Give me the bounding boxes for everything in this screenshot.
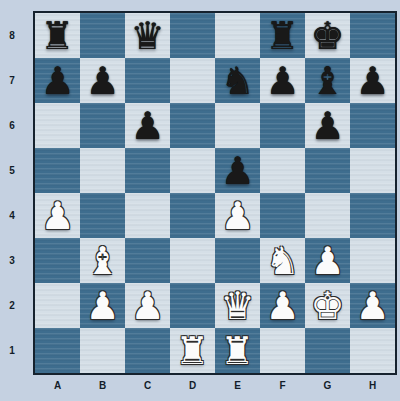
file-label-c: C	[125, 376, 170, 396]
rank-label-2: 2	[1, 283, 23, 328]
piece-black-pawn[interactable]: ♟	[305, 103, 350, 148]
square-d6[interactable]	[170, 103, 215, 148]
square-e6[interactable]	[215, 103, 260, 148]
piece-black-rook[interactable]: ♜	[35, 13, 80, 58]
square-g4[interactable]	[305, 193, 350, 238]
square-c7[interactable]	[125, 58, 170, 103]
square-h2[interactable]: ♟	[350, 283, 395, 328]
rank-label-1: 1	[1, 328, 23, 373]
file-label-b: B	[80, 376, 125, 396]
square-d1[interactable]: ♜	[170, 328, 215, 373]
square-a7[interactable]: ♟	[35, 58, 80, 103]
file-label-d: D	[170, 376, 215, 396]
square-d2[interactable]	[170, 283, 215, 328]
piece-black-king[interactable]: ♚	[305, 13, 350, 58]
square-d5[interactable]	[170, 148, 215, 193]
file-label-g: G	[305, 376, 350, 396]
square-f5[interactable]	[260, 148, 305, 193]
piece-white-pawn[interactable]: ♟	[305, 238, 350, 283]
square-e1[interactable]: ♜	[215, 328, 260, 373]
square-h7[interactable]: ♟	[350, 58, 395, 103]
square-f6[interactable]	[260, 103, 305, 148]
file-label-h: H	[350, 376, 395, 396]
piece-white-pawn[interactable]: ♟	[35, 193, 80, 238]
piece-white-pawn[interactable]: ♟	[215, 193, 260, 238]
square-c4[interactable]	[125, 193, 170, 238]
file-label-e: E	[215, 376, 260, 396]
chess-board: ♜♛♜♚♟♟♞♟♝♟♟♟♟♟♟♝♞♟♟♟♛♟♚♟♜♜	[33, 11, 397, 375]
piece-black-rook[interactable]: ♜	[260, 13, 305, 58]
piece-black-pawn[interactable]: ♟	[215, 148, 260, 193]
square-c3[interactable]	[125, 238, 170, 283]
square-g5[interactable]	[305, 148, 350, 193]
square-g1[interactable]	[305, 328, 350, 373]
piece-white-pawn[interactable]: ♟	[125, 283, 170, 328]
piece-white-pawn[interactable]: ♟	[80, 283, 125, 328]
square-b3[interactable]: ♝	[80, 238, 125, 283]
square-b7[interactable]: ♟	[80, 58, 125, 103]
piece-white-king[interactable]: ♚	[305, 283, 350, 328]
square-c8[interactable]: ♛	[125, 13, 170, 58]
piece-black-pawn[interactable]: ♟	[125, 103, 170, 148]
square-c6[interactable]: ♟	[125, 103, 170, 148]
file-label-a: A	[35, 376, 80, 396]
square-c1[interactable]	[125, 328, 170, 373]
square-c5[interactable]	[125, 148, 170, 193]
square-g2[interactable]: ♚	[305, 283, 350, 328]
square-f8[interactable]: ♜	[260, 13, 305, 58]
square-h8[interactable]	[350, 13, 395, 58]
square-h3[interactable]	[350, 238, 395, 283]
square-f2[interactable]: ♟	[260, 283, 305, 328]
piece-white-pawn[interactable]: ♟	[260, 283, 305, 328]
square-b8[interactable]	[80, 13, 125, 58]
piece-white-rook[interactable]: ♜	[170, 328, 215, 373]
piece-white-bishop[interactable]: ♝	[80, 238, 125, 283]
rank-label-3: 3	[1, 238, 23, 283]
square-f1[interactable]	[260, 328, 305, 373]
piece-black-queen[interactable]: ♛	[125, 13, 170, 58]
piece-white-rook[interactable]: ♜	[215, 328, 260, 373]
square-e3[interactable]	[215, 238, 260, 283]
square-e8[interactable]	[215, 13, 260, 58]
square-d7[interactable]	[170, 58, 215, 103]
square-e5[interactable]: ♟	[215, 148, 260, 193]
square-h1[interactable]	[350, 328, 395, 373]
piece-white-pawn[interactable]: ♟	[350, 283, 395, 328]
piece-black-pawn[interactable]: ♟	[80, 58, 125, 103]
square-g6[interactable]: ♟	[305, 103, 350, 148]
square-c2[interactable]: ♟	[125, 283, 170, 328]
rank-label-4: 4	[1, 193, 23, 238]
square-h5[interactable]	[350, 148, 395, 193]
square-e4[interactable]: ♟	[215, 193, 260, 238]
square-a5[interactable]	[35, 148, 80, 193]
square-a6[interactable]	[35, 103, 80, 148]
square-a8[interactable]: ♜	[35, 13, 80, 58]
square-g8[interactable]: ♚	[305, 13, 350, 58]
square-a2[interactable]	[35, 283, 80, 328]
piece-white-queen[interactable]: ♛	[215, 283, 260, 328]
square-a4[interactable]: ♟	[35, 193, 80, 238]
chess-board-page: ♜♛♜♚♟♟♞♟♝♟♟♟♟♟♟♝♞♟♟♟♛♟♚♟♜♜ 87654321ABCDE…	[0, 0, 400, 401]
rank-label-6: 6	[1, 103, 23, 148]
square-d8[interactable]	[170, 13, 215, 58]
square-g3[interactable]: ♟	[305, 238, 350, 283]
file-label-f: F	[260, 376, 305, 396]
square-b2[interactable]: ♟	[80, 283, 125, 328]
square-h4[interactable]	[350, 193, 395, 238]
square-h6[interactable]	[350, 103, 395, 148]
piece-white-knight[interactable]: ♞	[260, 238, 305, 283]
square-f4[interactable]	[260, 193, 305, 238]
rank-label-5: 5	[1, 148, 23, 193]
square-b5[interactable]	[80, 148, 125, 193]
square-a3[interactable]	[35, 238, 80, 283]
piece-black-knight[interactable]: ♞	[215, 58, 260, 103]
square-a1[interactable]	[35, 328, 80, 373]
rank-label-8: 8	[1, 13, 23, 58]
piece-black-pawn[interactable]: ♟	[350, 58, 395, 103]
square-f7[interactable]: ♟	[260, 58, 305, 103]
square-b6[interactable]	[80, 103, 125, 148]
square-e7[interactable]: ♞	[215, 58, 260, 103]
square-f3[interactable]: ♞	[260, 238, 305, 283]
square-g7[interactable]: ♝	[305, 58, 350, 103]
square-d4[interactable]	[170, 193, 215, 238]
square-b1[interactable]	[80, 328, 125, 373]
piece-black-pawn[interactable]: ♟	[260, 58, 305, 103]
piece-black-bishop[interactable]: ♝	[305, 58, 350, 103]
piece-black-pawn[interactable]: ♟	[35, 58, 80, 103]
rank-label-7: 7	[1, 58, 23, 103]
square-b4[interactable]	[80, 193, 125, 238]
square-d3[interactable]	[170, 238, 215, 283]
square-e2[interactable]: ♛	[215, 283, 260, 328]
